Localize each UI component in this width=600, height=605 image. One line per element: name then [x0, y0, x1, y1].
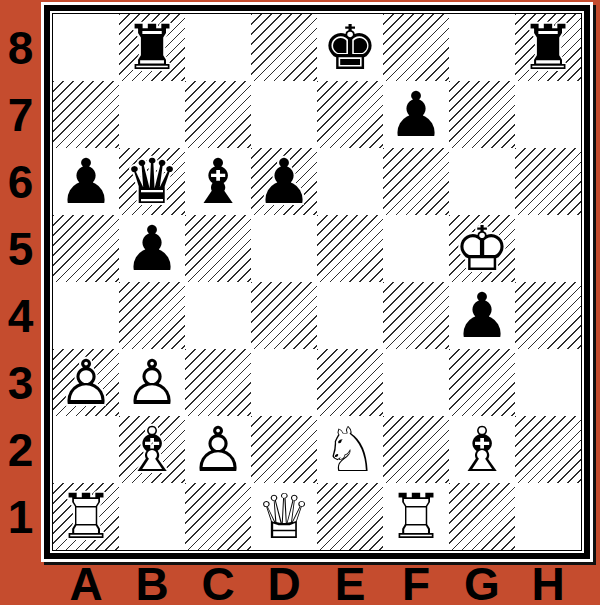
- square-f8[interactable]: [383, 14, 449, 81]
- rank-label-4: 4: [0, 282, 41, 349]
- file-label-C: C: [185, 562, 251, 605]
- square-b7[interactable]: [119, 81, 185, 148]
- square-a4[interactable]: [53, 282, 119, 349]
- square-e6[interactable]: [317, 148, 383, 215]
- square-d5[interactable]: [251, 215, 317, 282]
- square-e1[interactable]: [317, 483, 383, 550]
- square-e5[interactable]: [317, 215, 383, 282]
- piece-fill-white-knight: ♞: [317, 416, 383, 483]
- chess-board: ♜♚♜♟♟♛♝♟♟♚♔♟♟♙♟♙♝♗♟♙♞♘♝♗♜♖♛♕♜♖: [52, 13, 582, 551]
- piece-black-bishop: ♝: [185, 148, 251, 215]
- rank-label-1: 1: [0, 483, 41, 550]
- square-b8[interactable]: ♜: [119, 14, 185, 81]
- square-f6[interactable]: [383, 148, 449, 215]
- piece-black-rook: ♜: [119, 14, 185, 81]
- chess-diagram-page: 87654321 ABCDEFGH ♜♚♜♟♟♛♝♟♟♚♔♟♟♙♟♙♝♗♟♙♞♘…: [0, 0, 600, 605]
- piece-fill-white-rook: ♜: [53, 483, 119, 550]
- rank-label-8: 8: [0, 14, 41, 81]
- square-d3[interactable]: [251, 349, 317, 416]
- board-outer-frame: ♜♚♜♟♟♛♝♟♟♚♔♟♟♙♟♙♝♗♟♙♞♘♝♗♜♖♛♕♜♖: [41, 2, 593, 562]
- piece-white-bishop: ♗: [449, 416, 515, 483]
- piece-fill-white-bishop: ♝: [449, 416, 515, 483]
- square-e7[interactable]: [317, 81, 383, 148]
- square-e8[interactable]: ♚: [317, 14, 383, 81]
- piece-black-queen: ♛: [119, 148, 185, 215]
- square-d6[interactable]: ♟: [251, 148, 317, 215]
- piece-white-rook: ♖: [53, 483, 119, 550]
- square-a6[interactable]: ♟: [53, 148, 119, 215]
- piece-fill-white-pawn: ♟: [185, 416, 251, 483]
- piece-fill-white-pawn: ♟: [119, 349, 185, 416]
- square-c6[interactable]: ♝: [185, 148, 251, 215]
- square-b6[interactable]: ♛: [119, 148, 185, 215]
- square-h3[interactable]: [515, 349, 581, 416]
- square-b5[interactable]: ♟: [119, 215, 185, 282]
- square-g4[interactable]: ♟: [449, 282, 515, 349]
- square-h8[interactable]: ♜: [515, 14, 581, 81]
- file-label-G: G: [449, 562, 515, 605]
- square-h5[interactable]: [515, 215, 581, 282]
- piece-black-king: ♚: [317, 14, 383, 81]
- file-label-A: A: [53, 562, 119, 605]
- piece-black-pawn: ♟: [53, 148, 119, 215]
- piece-fill-white-rook: ♜: [383, 483, 449, 550]
- piece-black-pawn: ♟: [449, 282, 515, 349]
- square-d4[interactable]: [251, 282, 317, 349]
- square-c1[interactable]: [185, 483, 251, 550]
- square-f4[interactable]: [383, 282, 449, 349]
- square-c7[interactable]: [185, 81, 251, 148]
- piece-white-pawn: ♙: [119, 349, 185, 416]
- square-a7[interactable]: [53, 81, 119, 148]
- square-h7[interactable]: [515, 81, 581, 148]
- rank-label-3: 3: [0, 349, 41, 416]
- square-g1[interactable]: [449, 483, 515, 550]
- square-b2[interactable]: ♝♗: [119, 416, 185, 483]
- piece-black-pawn: ♟: [119, 215, 185, 282]
- piece-white-queen: ♕: [251, 483, 317, 550]
- square-g7[interactable]: [449, 81, 515, 148]
- square-a1[interactable]: ♜♖: [53, 483, 119, 550]
- square-f7[interactable]: ♟: [383, 81, 449, 148]
- rank-label-6: 6: [0, 148, 41, 215]
- piece-fill-white-bishop: ♝: [119, 416, 185, 483]
- square-b4[interactable]: [119, 282, 185, 349]
- rank-label-2: 2: [0, 416, 41, 483]
- square-c8[interactable]: [185, 14, 251, 81]
- square-f2[interactable]: [383, 416, 449, 483]
- square-h2[interactable]: [515, 416, 581, 483]
- piece-white-pawn: ♙: [53, 349, 119, 416]
- square-g6[interactable]: [449, 148, 515, 215]
- board-frame: ♜♚♜♟♟♛♝♟♟♚♔♟♟♙♟♙♝♗♟♙♞♘♝♗♜♖♛♕♜♖: [44, 5, 590, 559]
- square-f5[interactable]: [383, 215, 449, 282]
- square-h4[interactable]: [515, 282, 581, 349]
- square-h6[interactable]: [515, 148, 581, 215]
- square-e3[interactable]: [317, 349, 383, 416]
- square-c4[interactable]: [185, 282, 251, 349]
- rank-labels: 87654321: [0, 14, 41, 550]
- square-d8[interactable]: [251, 14, 317, 81]
- square-a2[interactable]: [53, 416, 119, 483]
- square-h1[interactable]: [515, 483, 581, 550]
- square-c2[interactable]: ♟♙: [185, 416, 251, 483]
- square-a3[interactable]: ♟♙: [53, 349, 119, 416]
- square-g8[interactable]: [449, 14, 515, 81]
- rank-label-5: 5: [0, 215, 41, 282]
- piece-fill-white-king: ♚: [449, 215, 515, 282]
- piece-fill-white-pawn: ♟: [53, 349, 119, 416]
- square-a5[interactable]: [53, 215, 119, 282]
- square-e2[interactable]: ♞♘: [317, 416, 383, 483]
- square-d2[interactable]: [251, 416, 317, 483]
- file-label-F: F: [383, 562, 449, 605]
- square-c5[interactable]: [185, 215, 251, 282]
- piece-white-knight: ♘: [317, 416, 383, 483]
- square-c3[interactable]: [185, 349, 251, 416]
- file-label-E: E: [317, 562, 383, 605]
- square-b3[interactable]: ♟♙: [119, 349, 185, 416]
- piece-fill-white-queen: ♛: [251, 483, 317, 550]
- piece-white-pawn: ♙: [185, 416, 251, 483]
- square-a8[interactable]: [53, 14, 119, 81]
- square-g3[interactable]: [449, 349, 515, 416]
- piece-white-king: ♔: [449, 215, 515, 282]
- square-d1[interactable]: ♛♕: [251, 483, 317, 550]
- square-f1[interactable]: ♜♖: [383, 483, 449, 550]
- piece-black-pawn: ♟: [383, 81, 449, 148]
- rank-label-7: 7: [0, 81, 41, 148]
- piece-white-rook: ♖: [383, 483, 449, 550]
- file-label-D: D: [251, 562, 317, 605]
- file-label-B: B: [119, 562, 185, 605]
- piece-black-rook: ♜: [515, 14, 581, 81]
- file-label-H: H: [515, 562, 581, 605]
- piece-white-bishop: ♗: [119, 416, 185, 483]
- square-f3[interactable]: [383, 349, 449, 416]
- square-d7[interactable]: [251, 81, 317, 148]
- square-e4[interactable]: [317, 282, 383, 349]
- square-g2[interactable]: ♝♗: [449, 416, 515, 483]
- square-b1[interactable]: [119, 483, 185, 550]
- file-labels: ABCDEFGH: [53, 562, 581, 605]
- square-g5[interactable]: ♚♔: [449, 215, 515, 282]
- piece-black-pawn: ♟: [251, 148, 317, 215]
